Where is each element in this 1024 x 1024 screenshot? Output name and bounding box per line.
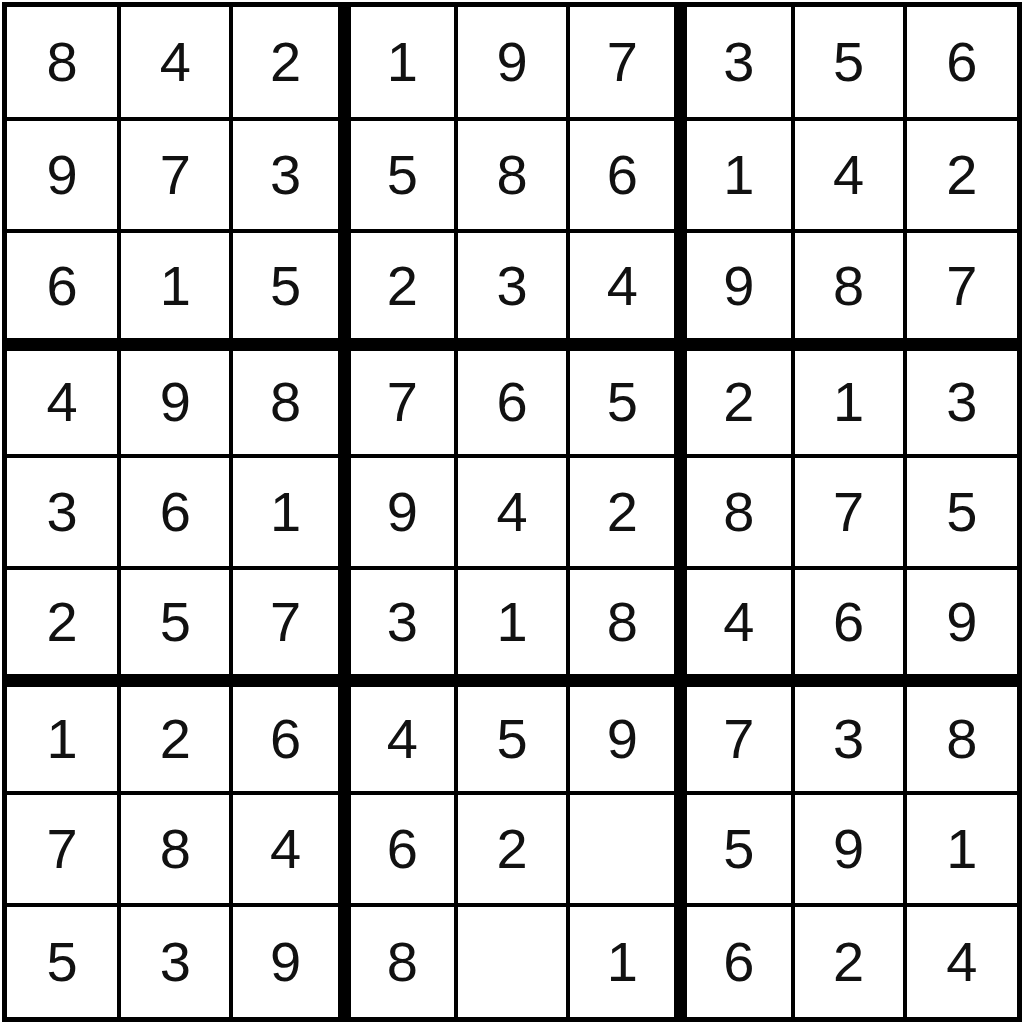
cell-r2c3[interactable]: 3 (231, 119, 343, 231)
cell-r8c7[interactable]: 5 (680, 793, 792, 905)
cell-r8c8[interactable]: 9 (793, 793, 905, 905)
cell-r8c9[interactable]: 1 (905, 793, 1017, 905)
cell-r3c9[interactable]: 7 (905, 231, 1017, 343)
cell-r6c3[interactable]: 7 (231, 568, 343, 680)
cell-r6c4[interactable]: 3 (344, 568, 456, 680)
cell-r4c8[interactable]: 1 (793, 344, 905, 456)
cell-r7c5[interactable]: 5 (456, 680, 568, 792)
cell-r3c5[interactable]: 3 (456, 231, 568, 343)
cell-r4c9[interactable]: 3 (905, 344, 1017, 456)
cell-r4c7[interactable]: 2 (680, 344, 792, 456)
cell-r4c4[interactable]: 7 (344, 344, 456, 456)
cell-r6c9[interactable]: 9 (905, 568, 1017, 680)
cell-r9c9[interactable]: 4 (905, 905, 1017, 1017)
cell-r5c2[interactable]: 6 (119, 456, 231, 568)
cell-r3c6[interactable]: 4 (568, 231, 680, 343)
cell-r4c1[interactable]: 4 (7, 344, 119, 456)
cell-r8c6[interactable] (568, 793, 680, 905)
cell-r9c4[interactable]: 8 (344, 905, 456, 1017)
cell-r6c7[interactable]: 4 (680, 568, 792, 680)
cell-r5c7[interactable]: 8 (680, 456, 792, 568)
cell-r4c6[interactable]: 5 (568, 344, 680, 456)
cell-r5c8[interactable]: 7 (793, 456, 905, 568)
cell-r4c5[interactable]: 6 (456, 344, 568, 456)
cell-r5c3[interactable]: 1 (231, 456, 343, 568)
cell-r3c8[interactable]: 8 (793, 231, 905, 343)
cell-r8c4[interactable]: 6 (344, 793, 456, 905)
cell-r7c6[interactable]: 9 (568, 680, 680, 792)
cell-r7c2[interactable]: 2 (119, 680, 231, 792)
cell-r1c3[interactable]: 2 (231, 7, 343, 119)
cell-r7c3[interactable]: 6 (231, 680, 343, 792)
cell-r8c5[interactable]: 2 (456, 793, 568, 905)
cell-r8c1[interactable]: 7 (7, 793, 119, 905)
cell-r6c2[interactable]: 5 (119, 568, 231, 680)
cell-r5c1[interactable]: 3 (7, 456, 119, 568)
cell-r2c6[interactable]: 6 (568, 119, 680, 231)
cell-r3c1[interactable]: 6 (7, 231, 119, 343)
cell-r9c7[interactable]: 6 (680, 905, 792, 1017)
cell-r9c5[interactable] (456, 905, 568, 1017)
cell-r2c2[interactable]: 7 (119, 119, 231, 231)
cell-r3c4[interactable]: 2 (344, 231, 456, 343)
cell-r5c4[interactable]: 9 (344, 456, 456, 568)
cell-r7c7[interactable]: 7 (680, 680, 792, 792)
cell-r9c6[interactable]: 1 (568, 905, 680, 1017)
cell-r2c5[interactable]: 8 (456, 119, 568, 231)
cell-r4c3[interactable]: 8 (231, 344, 343, 456)
cell-r2c8[interactable]: 4 (793, 119, 905, 231)
cell-r6c6[interactable]: 8 (568, 568, 680, 680)
cell-r9c2[interactable]: 3 (119, 905, 231, 1017)
cell-r3c3[interactable]: 5 (231, 231, 343, 343)
cell-r3c2[interactable]: 1 (119, 231, 231, 343)
cell-r7c4[interactable]: 4 (344, 680, 456, 792)
cell-r6c1[interactable]: 2 (7, 568, 119, 680)
cell-r2c9[interactable]: 2 (905, 119, 1017, 231)
cell-r1c1[interactable]: 8 (7, 7, 119, 119)
sudoku-board: 8421973569735861426152349874987652133619… (2, 2, 1022, 1022)
cell-r7c8[interactable]: 3 (793, 680, 905, 792)
cell-r1c7[interactable]: 3 (680, 7, 792, 119)
cell-r9c3[interactable]: 9 (231, 905, 343, 1017)
cell-r1c8[interactable]: 5 (793, 7, 905, 119)
cell-r4c2[interactable]: 9 (119, 344, 231, 456)
cell-r2c7[interactable]: 1 (680, 119, 792, 231)
cell-r5c9[interactable]: 5 (905, 456, 1017, 568)
cell-r1c9[interactable]: 6 (905, 7, 1017, 119)
cell-r5c5[interactable]: 4 (456, 456, 568, 568)
cell-r2c4[interactable]: 5 (344, 119, 456, 231)
cell-r1c6[interactable]: 7 (568, 7, 680, 119)
cell-r3c7[interactable]: 9 (680, 231, 792, 343)
cell-r9c8[interactable]: 2 (793, 905, 905, 1017)
cell-r6c5[interactable]: 1 (456, 568, 568, 680)
cell-r2c1[interactable]: 9 (7, 119, 119, 231)
cell-r6c8[interactable]: 6 (793, 568, 905, 680)
cell-r7c1[interactable]: 1 (7, 680, 119, 792)
cell-r8c3[interactable]: 4 (231, 793, 343, 905)
cell-r1c2[interactable]: 4 (119, 7, 231, 119)
cell-r5c6[interactable]: 2 (568, 456, 680, 568)
cell-r1c4[interactable]: 1 (344, 7, 456, 119)
cell-r9c1[interactable]: 5 (7, 905, 119, 1017)
cell-r1c5[interactable]: 9 (456, 7, 568, 119)
cell-r8c2[interactable]: 8 (119, 793, 231, 905)
cell-r7c9[interactable]: 8 (905, 680, 1017, 792)
